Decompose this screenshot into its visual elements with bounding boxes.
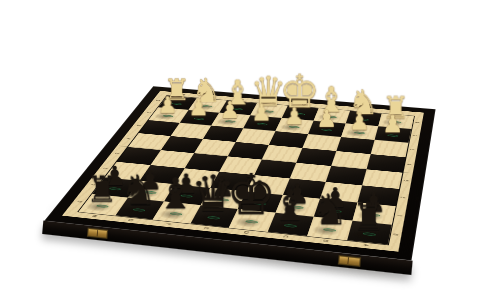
square-c7: ♟ (276, 195, 320, 217)
square-b8: ♞ (307, 217, 352, 240)
square-e4 (228, 142, 269, 160)
brass-latch-center (337, 255, 360, 267)
square-c8: ♝ (268, 213, 314, 236)
square-d2: ♟ (275, 118, 313, 134)
felt-base-ring (207, 216, 221, 220)
square-b6 (320, 182, 362, 203)
white-queen-piece: ♛ (253, 71, 285, 112)
square-g6 (140, 165, 185, 184)
felt-base-ring (180, 194, 194, 198)
felt-base-ring (96, 204, 110, 208)
piece-shadow (157, 208, 189, 220)
piece-shadow (271, 220, 303, 233)
felt-base-ring (329, 209, 343, 213)
square-f8: ♝ (153, 201, 201, 223)
square-a8: ♜ (347, 221, 392, 245)
square-b7: ♟ (314, 199, 358, 221)
square-b3 (336, 137, 374, 154)
square-a7: ♟ (352, 203, 395, 225)
square-b5 (326, 166, 367, 185)
square-g4 (161, 136, 203, 153)
board-frame: HGFEDCBA HGFEDCBA 12345678 12345678 ♜♞♝♛… (44, 86, 435, 260)
piece-shadow (232, 216, 264, 228)
square-c3 (302, 134, 341, 151)
square-g8: ♞ (115, 198, 164, 220)
board-3d-scene: HGFEDCBA HGFEDCBA 12345678 12345678 ♜♞♝♛… (44, 86, 435, 260)
square-b4 (331, 151, 371, 169)
white-king-piece: ♚ (284, 69, 316, 115)
felt-base-ring (132, 208, 146, 212)
piece-shadow (96, 183, 128, 194)
square-a5 (362, 169, 402, 189)
square-a3 (371, 140, 409, 157)
piece-shadow (310, 224, 341, 237)
square-d4 (262, 145, 303, 163)
square-c4 (296, 148, 336, 166)
felt-base-ring (253, 201, 267, 205)
brass-latch-left (87, 228, 108, 239)
piece-shadow (204, 194, 235, 205)
chess-set-product-photo: HGFEDCBA HGFEDCBA 12345678 12345678 ♜♞♝♛… (0, 0, 480, 296)
piece-shadow (132, 187, 163, 198)
